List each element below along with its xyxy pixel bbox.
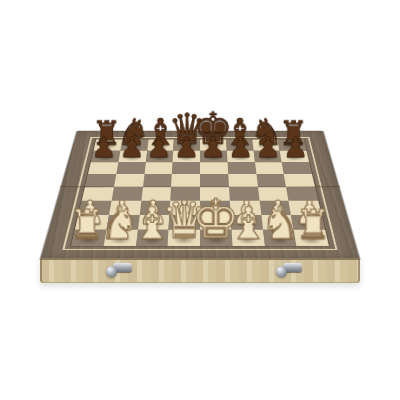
square-c5[interactable]	[143, 174, 173, 187]
piece-black-pawn[interactable]: ♟	[92, 133, 118, 161]
square-g5[interactable]	[256, 174, 286, 187]
piece-black-pawn[interactable]: ♟	[283, 133, 309, 161]
piece-black-pawn[interactable]: ♟	[255, 133, 281, 161]
square-d6[interactable]	[172, 162, 200, 174]
square-c6[interactable]	[144, 162, 173, 174]
square-d7[interactable]: ♟	[173, 151, 200, 163]
square-e6[interactable]	[200, 162, 228, 174]
product-photo-chess-set: ♜♞♝♛♚♝♞♜♟♟♟♟♟♟♟♟♟♟♟♟♟♟♟♟♜♞♝♛♚♝♞♜	[0, 0, 400, 400]
square-a6[interactable]	[88, 162, 118, 174]
square-g6[interactable]	[255, 162, 284, 174]
square-h5[interactable]	[284, 174, 315, 187]
piece-black-pawn[interactable]: ♟	[228, 133, 254, 161]
right-clasp-icon[interactable]	[276, 262, 302, 279]
piece-white-rook[interactable]: ♜	[295, 205, 331, 245]
square-g7[interactable]: ♟	[253, 151, 282, 163]
square-c7[interactable]: ♟	[145, 151, 173, 163]
square-f6[interactable]	[227, 162, 256, 174]
left-clasp-icon[interactable]	[106, 262, 132, 279]
square-h1[interactable]: ♜	[294, 230, 329, 246]
square-f1[interactable]: ♝	[231, 230, 264, 246]
square-b6[interactable]	[116, 162, 145, 174]
clasp-knob	[276, 266, 287, 277]
square-a5[interactable]	[85, 174, 116, 187]
box-front-edge	[40, 258, 360, 283]
piece-black-pawn[interactable]: ♟	[119, 133, 145, 161]
square-d5[interactable]	[171, 174, 200, 187]
square-e5[interactable]	[200, 174, 229, 187]
square-b7[interactable]: ♟	[118, 151, 147, 163]
board-grid: ♜♞♝♛♚♝♞♜♟♟♟♟♟♟♟♟♟♟♟♟♟♟♟♟♜♞♝♛♚♝♞♜	[71, 140, 329, 246]
square-h6[interactable]	[282, 162, 312, 174]
square-h7[interactable]: ♟	[280, 151, 309, 163]
square-b5[interactable]	[114, 174, 144, 187]
scene: ♜♞♝♛♚♝♞♜♟♟♟♟♟♟♟♟♟♟♟♟♟♟♟♟♜♞♝♛♚♝♞♜	[0, 0, 400, 400]
square-g1[interactable]: ♞	[263, 230, 297, 246]
square-e7[interactable]: ♟	[200, 151, 227, 163]
square-a7[interactable]: ♟	[91, 151, 120, 163]
chess-board: ♜♞♝♛♚♝♞♜♟♟♟♟♟♟♟♟♟♟♟♟♟♟♟♟♜♞♝♛♚♝♞♜	[40, 131, 360, 260]
square-f7[interactable]: ♟	[227, 151, 255, 163]
piece-black-pawn[interactable]: ♟	[146, 133, 172, 161]
piece-black-pawn[interactable]: ♟	[201, 133, 227, 161]
clasp-knob	[106, 266, 117, 277]
piece-black-pawn[interactable]: ♟	[174, 133, 200, 161]
square-f5[interactable]	[228, 174, 258, 187]
